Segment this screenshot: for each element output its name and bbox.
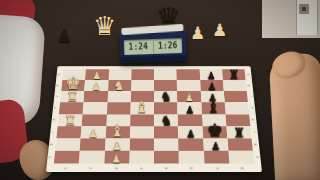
square-f3[interactable]: [107, 91, 131, 102]
square-d6[interactable]: [178, 114, 202, 126]
square-e5[interactable]: [154, 102, 178, 114]
coord-file-e-right: e: [250, 107, 254, 109]
coord-rank-6-bottom: 6: [189, 167, 193, 169]
coord-file-d-right: d: [251, 119, 255, 121]
square-c5[interactable]: [154, 126, 178, 138]
square-f7[interactable]: ♟: [200, 91, 224, 102]
square-b2[interactable]: [80, 138, 105, 151]
coord-file-e-left: e: [53, 107, 57, 109]
square-a2[interactable]: [79, 151, 105, 164]
coord-rank-7-bottom: 7: [214, 167, 218, 169]
clock-lcd: 1:24 1:26: [124, 38, 182, 55]
square-c3[interactable]: ♝: [105, 126, 130, 138]
square-b5[interactable]: [154, 138, 179, 151]
square-h5[interactable]: [154, 69, 177, 80]
square-b7[interactable]: ♟: [203, 138, 228, 151]
black-knight-f5[interactable]: ♞: [160, 90, 172, 103]
square-e6[interactable]: ♟: [177, 102, 201, 114]
square-a8[interactable]: [228, 151, 254, 164]
square-b3[interactable]: ♟: [105, 138, 130, 151]
square-c4[interactable]: [130, 126, 154, 138]
square-b1[interactable]: [55, 138, 81, 151]
square-a7[interactable]: [203, 151, 229, 164]
wall-outlet: [299, 4, 309, 14]
coord-file-g-left: g: [56, 84, 60, 86]
square-g8[interactable]: [223, 80, 247, 91]
square-d5[interactable]: ♞: [154, 114, 178, 126]
square-e2[interactable]: [83, 102, 107, 114]
square-d2[interactable]: [82, 114, 107, 126]
black-knight-d5[interactable]: ♞: [160, 114, 172, 127]
square-c8[interactable]: ♜: [226, 126, 251, 138]
square-d4[interactable]: [130, 114, 154, 126]
clock-time-left: 1:24: [124, 39, 153, 55]
captured-black-pawn: ♟: [56, 27, 72, 45]
square-d7[interactable]: [202, 114, 227, 126]
square-h3[interactable]: [108, 69, 131, 80]
square-f1[interactable]: ♜: [60, 91, 84, 102]
square-h8[interactable]: ♜: [222, 69, 246, 80]
square-a1[interactable]: [54, 151, 80, 164]
square-g5[interactable]: [154, 80, 177, 91]
coord-file-c-left: c: [50, 131, 54, 133]
square-e7[interactable]: ♝: [201, 102, 225, 114]
square-a5[interactable]: [154, 151, 179, 164]
square-g1[interactable]: ♚: [61, 80, 85, 91]
black-rook-h8[interactable]: ♜: [228, 68, 239, 81]
coord-file-b-left: b: [49, 143, 53, 145]
square-c2[interactable]: ♟: [81, 126, 106, 138]
coord-file-f-right: f: [249, 96, 253, 97]
square-h4[interactable]: [131, 69, 154, 80]
square-f2[interactable]: [84, 91, 108, 102]
square-e4[interactable]: ♝: [130, 102, 154, 114]
white-rook-d1[interactable]: ♜: [64, 114, 76, 127]
black-rook-c8[interactable]: ♜: [233, 126, 245, 139]
coord-file-b-right: b: [254, 143, 258, 145]
square-b6[interactable]: [178, 138, 203, 151]
coord-file-a-right: a: [255, 156, 259, 158]
game-clock: 1:24 1:26: [119, 29, 186, 63]
coord-file-d-left: d: [52, 119, 56, 121]
square-f8[interactable]: [224, 91, 248, 102]
square-f6[interactable]: ♟: [177, 91, 201, 102]
square-c1[interactable]: [56, 126, 81, 138]
captured-white-pawn-2: ♟: [212, 22, 227, 39]
coord-rank-3-bottom: 3: [114, 167, 118, 169]
table-scene: ♟ ♛ ♛ ♟ ♟ 1:24 1:26 ♟♟♜♚♟♞♟♜♞♟♟♝♟♝♜♞♟♝♟♚…: [0, 0, 320, 180]
clock-base: [120, 55, 186, 63]
square-d1[interactable]: ♜: [58, 114, 83, 126]
coord-rank-5-bottom: 5: [164, 167, 168, 169]
coord-rank-1-bottom: 1: [64, 167, 68, 169]
white-rook-f1[interactable]: ♜: [66, 90, 78, 103]
square-a4[interactable]: [129, 151, 154, 164]
square-a3[interactable]: ♟: [104, 151, 129, 164]
square-h6[interactable]: [177, 69, 200, 80]
square-f4[interactable]: [131, 91, 154, 102]
captured-white-queen: ♛: [93, 13, 116, 39]
board-border: ♟♟♜♚♟♞♟♜♞♟♟♝♟♝♜♞♟♝♟♚♜♟♟♟ 12345678hhggffe…: [46, 66, 262, 172]
square-h2[interactable]: ♟: [85, 69, 108, 80]
square-g4[interactable]: [131, 80, 154, 91]
board-grid: ♟♟♜♚♟♞♟♜♞♟♟♝♟♝♜♞♟♝♟♚♜♟♟♟: [54, 69, 254, 163]
square-b8[interactable]: [227, 138, 253, 151]
clock-lever[interactable]: [121, 24, 183, 35]
square-h1[interactable]: [62, 69, 86, 80]
square-e3[interactable]: [106, 102, 130, 114]
coord-file-h-right: h: [247, 74, 251, 76]
coord-file-g-right: g: [248, 84, 252, 86]
square-c6[interactable]: ♟: [178, 126, 203, 138]
coord-file-f-left: f: [54, 96, 58, 97]
white-knight-g3[interactable]: ♞: [113, 79, 125, 92]
coord-rank-4-bottom: 4: [139, 167, 143, 169]
square-d8[interactable]: [225, 114, 250, 126]
square-d3[interactable]: [106, 114, 130, 126]
square-g2[interactable]: ♟: [84, 80, 108, 91]
square-a6[interactable]: [179, 151, 204, 164]
square-g3[interactable]: ♞: [108, 80, 131, 91]
coord-file-h-left: h: [57, 74, 61, 76]
coord-file-c-right: c: [253, 131, 257, 133]
square-g7[interactable]: ♟: [200, 80, 224, 91]
chess-board: ♟♟♜♚♟♞♟♜♞♟♟♝♟♝♜♞♟♝♟♚♜♟♟♟ 12345678hhggffe…: [46, 66, 262, 172]
square-e1[interactable]: [59, 102, 84, 114]
coord-rank-8-bottom: 8: [240, 167, 244, 169]
white-bishop-c3[interactable]: ♝: [110, 123, 125, 139]
square-f5[interactable]: ♞: [154, 91, 177, 102]
square-g6[interactable]: [177, 80, 200, 91]
clock-time-right: 1:26: [153, 38, 182, 54]
square-h7[interactable]: ♟: [199, 69, 222, 80]
coord-rank-2-bottom: 2: [89, 167, 93, 169]
square-b4[interactable]: [129, 138, 154, 151]
square-e8[interactable]: [224, 102, 249, 114]
captured-white-pawn-1: ♟: [190, 25, 205, 42]
coord-file-a-left: a: [48, 156, 52, 158]
white-pawn-a3[interactable]: ♟: [112, 154, 122, 165]
square-c7[interactable]: ♚: [202, 126, 227, 138]
